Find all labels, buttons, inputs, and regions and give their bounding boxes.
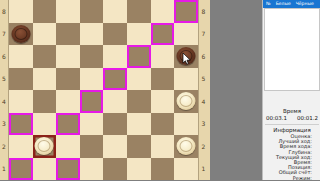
piece-white-king-b2[interactable] bbox=[35, 137, 54, 155]
square-a8[interactable] bbox=[9, 0, 33, 23]
square-d4[interactable] bbox=[80, 90, 104, 113]
square-f1[interactable] bbox=[127, 158, 151, 181]
rank-label-6: 6 bbox=[199, 45, 208, 68]
square-a2[interactable] bbox=[9, 135, 33, 158]
square-a7[interactable] bbox=[9, 23, 33, 46]
rank-label-2: 2 bbox=[199, 135, 208, 158]
square-a1[interactable] bbox=[9, 158, 33, 181]
rank-labels-right: 87654321 bbox=[198, 0, 208, 180]
white-clock: 00:03.1 bbox=[266, 115, 287, 121]
square-d8[interactable] bbox=[80, 0, 104, 23]
square-a6[interactable] bbox=[9, 45, 33, 68]
square-g1[interactable] bbox=[151, 158, 175, 181]
square-d1[interactable] bbox=[80, 158, 104, 181]
square-f2[interactable] bbox=[127, 135, 151, 158]
square-c6[interactable] bbox=[56, 45, 80, 68]
square-d5[interactable] bbox=[80, 68, 104, 91]
rank-label-8: 8 bbox=[0, 0, 8, 23]
move-list-col-0: № bbox=[266, 0, 271, 8]
square-b7[interactable] bbox=[33, 23, 57, 46]
square-h4[interactable] bbox=[174, 90, 198, 113]
rank-label-3: 3 bbox=[199, 113, 208, 136]
square-e4[interactable] bbox=[103, 90, 127, 113]
info-row: Режим: bbox=[265, 176, 312, 180]
square-b2[interactable] bbox=[33, 135, 57, 158]
square-h7[interactable] bbox=[174, 23, 198, 46]
square-g4[interactable] bbox=[151, 90, 175, 113]
piece-white-man-h4[interactable] bbox=[176, 92, 195, 110]
square-b6[interactable] bbox=[33, 45, 57, 68]
square-a5[interactable] bbox=[9, 68, 33, 91]
square-e6[interactable] bbox=[103, 45, 127, 68]
rank-label-1: 1 bbox=[199, 158, 208, 181]
square-c5[interactable] bbox=[56, 68, 80, 91]
square-g6[interactable] bbox=[151, 45, 175, 68]
rank-label-2: 2 bbox=[0, 135, 8, 158]
square-f6[interactable] bbox=[127, 45, 151, 68]
square-f5[interactable] bbox=[127, 68, 151, 91]
black-clock: 00:01.2 bbox=[297, 115, 318, 121]
piece-dark-man-a7[interactable] bbox=[11, 25, 30, 43]
square-h3[interactable] bbox=[174, 113, 198, 136]
square-c8[interactable] bbox=[56, 0, 80, 23]
square-f8[interactable] bbox=[127, 0, 151, 23]
square-d6[interactable] bbox=[80, 45, 104, 68]
square-c2[interactable] bbox=[56, 135, 80, 158]
square-h2[interactable] bbox=[174, 135, 198, 158]
rank-label-6: 6 bbox=[0, 45, 8, 68]
square-f4[interactable] bbox=[127, 90, 151, 113]
square-a4[interactable] bbox=[9, 90, 33, 113]
square-c1[interactable] bbox=[56, 158, 80, 181]
square-f7[interactable] bbox=[127, 23, 151, 46]
rank-label-7: 7 bbox=[199, 23, 208, 46]
separator bbox=[265, 124, 319, 125]
square-e5[interactable] bbox=[103, 68, 127, 91]
rank-label-1: 1 bbox=[0, 158, 8, 181]
square-b8[interactable] bbox=[33, 0, 57, 23]
rank-label-3: 3 bbox=[0, 113, 8, 136]
rank-labels-left: 87654321 bbox=[0, 0, 9, 180]
square-c4[interactable] bbox=[56, 90, 80, 113]
square-b1[interactable] bbox=[33, 158, 57, 181]
rank-label-5: 5 bbox=[0, 68, 8, 91]
square-d3[interactable] bbox=[80, 113, 104, 136]
clocks: 00:03.1 00:01.2 bbox=[266, 115, 318, 121]
square-c3[interactable] bbox=[56, 113, 80, 136]
square-d7[interactable] bbox=[80, 23, 104, 46]
square-g3[interactable] bbox=[151, 113, 175, 136]
square-a3[interactable] bbox=[9, 113, 33, 136]
rank-label-8: 8 bbox=[199, 0, 208, 23]
square-c7[interactable] bbox=[56, 23, 80, 46]
square-h5[interactable] bbox=[174, 68, 198, 91]
mouse-cursor-icon bbox=[182, 53, 191, 65]
rank-label-4: 4 bbox=[199, 90, 208, 113]
checkers-board: 87654321 87654321 bbox=[0, 0, 210, 180]
rank-label-4: 4 bbox=[0, 90, 8, 113]
rank-label-7: 7 bbox=[0, 23, 8, 46]
square-b4[interactable] bbox=[33, 90, 57, 113]
square-b5[interactable] bbox=[33, 68, 57, 91]
square-g8[interactable] bbox=[151, 0, 175, 23]
move-list[interactable] bbox=[264, 8, 320, 91]
square-e3[interactable] bbox=[103, 113, 127, 136]
square-e1[interactable] bbox=[103, 158, 127, 181]
side-panel: №БелыеЧёрные Время 00:03.1 00:01.2 Инфор… bbox=[262, 0, 320, 180]
square-g7[interactable] bbox=[151, 23, 175, 46]
square-e8[interactable] bbox=[103, 0, 127, 23]
move-list-col-1: Белые bbox=[276, 0, 291, 8]
square-g5[interactable] bbox=[151, 68, 175, 91]
square-b3[interactable] bbox=[33, 113, 57, 136]
square-g2[interactable] bbox=[151, 135, 175, 158]
piece-white-man-h2[interactable] bbox=[176, 137, 195, 155]
board-grid bbox=[9, 0, 198, 180]
move-list-col-2: Чёрные bbox=[296, 0, 314, 8]
square-h8[interactable] bbox=[174, 0, 198, 23]
move-list-header: №БелыеЧёрные bbox=[263, 0, 320, 8]
square-h1[interactable] bbox=[174, 158, 198, 181]
square-f3[interactable] bbox=[127, 113, 151, 136]
rank-label-5: 5 bbox=[199, 68, 208, 91]
square-e2[interactable] bbox=[103, 135, 127, 158]
square-e7[interactable] bbox=[103, 23, 127, 46]
square-d2[interactable] bbox=[80, 135, 104, 158]
info-rows: Оценка:Лучший ход:Время хода:Глубина:Тек… bbox=[265, 134, 312, 180]
time-section-title: Время bbox=[263, 108, 320, 114]
